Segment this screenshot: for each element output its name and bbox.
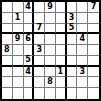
cell-r9c5[interactable]	[45, 88, 56, 99]
cell-r6c2[interactable]	[13, 56, 24, 67]
cell-r6c4[interactable]	[34, 56, 45, 67]
cell-r7c7[interactable]	[67, 67, 78, 78]
cell-r5c7[interactable]	[67, 45, 78, 56]
cell-r2c6[interactable]	[56, 13, 67, 24]
cell-r9c3[interactable]	[24, 88, 35, 99]
cell-r4c1[interactable]	[2, 34, 13, 45]
sudoku-board: 49713759648354138	[0, 0, 101, 101]
cell-r3c5[interactable]	[45, 24, 56, 35]
cell-r4c7[interactable]	[67, 34, 78, 45]
cell-r3c9[interactable]	[88, 24, 99, 35]
cell-r6c6[interactable]	[56, 56, 67, 67]
cell-r2c9[interactable]	[88, 13, 99, 24]
cell-r8c3[interactable]	[24, 77, 35, 88]
cell-r9c1[interactable]	[2, 88, 13, 99]
cell-r5c6[interactable]	[56, 45, 67, 56]
cell-r3c4[interactable]: 7	[34, 24, 45, 35]
cell-r7c9[interactable]	[88, 67, 99, 78]
cell-r2c5[interactable]	[45, 13, 56, 24]
cell-r2c4[interactable]	[34, 13, 45, 24]
cell-r4c9[interactable]	[88, 34, 99, 45]
cell-r3c3[interactable]	[24, 24, 35, 35]
cell-r3c6[interactable]	[56, 24, 67, 35]
cell-r1c9[interactable]: 7	[88, 2, 99, 13]
cell-r7c3[interactable]: 4	[24, 67, 35, 78]
cell-r8c6[interactable]	[56, 77, 67, 88]
cell-r9c9[interactable]	[88, 88, 99, 99]
cell-r5c2[interactable]	[13, 45, 24, 56]
cell-r8c1[interactable]	[2, 77, 13, 88]
cell-r1c4[interactable]	[34, 2, 45, 13]
cell-r2c7[interactable]: 3	[67, 13, 78, 24]
cell-r5c5[interactable]	[45, 45, 56, 56]
cell-r4c2[interactable]: 9	[13, 34, 24, 45]
cell-r8c8[interactable]	[77, 77, 88, 88]
cell-r8c4[interactable]	[34, 77, 45, 88]
cell-r7c6[interactable]: 1	[56, 67, 67, 78]
cell-r4c3[interactable]: 6	[24, 34, 35, 45]
cell-r3c7[interactable]: 5	[67, 24, 78, 35]
cell-r9c7[interactable]	[67, 88, 78, 99]
cell-r7c8[interactable]: 3	[77, 67, 88, 78]
cell-r2c8[interactable]	[77, 13, 88, 24]
cell-r7c4[interactable]	[34, 67, 45, 78]
cell-r8c2[interactable]	[13, 77, 24, 88]
cell-r2c1[interactable]	[2, 13, 13, 24]
cell-r2c3[interactable]	[24, 13, 35, 24]
cell-r3c8[interactable]	[77, 24, 88, 35]
cell-r9c2[interactable]	[13, 88, 24, 99]
cell-r5c4[interactable]: 3	[34, 45, 45, 56]
cell-r6c1[interactable]	[2, 56, 13, 67]
cell-r7c1[interactable]	[2, 67, 13, 78]
cell-r4c4[interactable]	[34, 34, 45, 45]
cell-r1c5[interactable]: 9	[45, 2, 56, 13]
cell-r1c6[interactable]	[56, 2, 67, 13]
cell-r9c8[interactable]	[77, 88, 88, 99]
cell-r1c3[interactable]: 4	[24, 2, 35, 13]
cell-r9c6[interactable]	[56, 88, 67, 99]
cell-r4c8[interactable]: 4	[77, 34, 88, 45]
cell-r1c8[interactable]	[77, 2, 88, 13]
cell-r7c5[interactable]	[45, 67, 56, 78]
cell-r6c7[interactable]	[67, 56, 78, 67]
cell-r7c2[interactable]	[13, 67, 24, 78]
cell-r4c5[interactable]	[45, 34, 56, 45]
cell-r8c9[interactable]	[88, 77, 99, 88]
cell-r1c1[interactable]	[2, 2, 13, 13]
cell-r1c7[interactable]	[67, 2, 78, 13]
cell-r6c5[interactable]	[45, 56, 56, 67]
cell-r8c5[interactable]: 8	[45, 77, 56, 88]
cell-r1c2[interactable]	[13, 2, 24, 13]
cell-r3c2[interactable]	[13, 24, 24, 35]
cell-r5c8[interactable]	[77, 45, 88, 56]
cell-r6c3[interactable]: 5	[24, 56, 35, 67]
cell-r8c7[interactable]	[67, 77, 78, 88]
cell-r5c1[interactable]: 8	[2, 45, 13, 56]
cell-r2c2[interactable]: 1	[13, 13, 24, 24]
cell-r6c9[interactable]	[88, 56, 99, 67]
cell-r6c8[interactable]	[77, 56, 88, 67]
cell-r5c9[interactable]	[88, 45, 99, 56]
cell-r4c6[interactable]	[56, 34, 67, 45]
cell-r3c1[interactable]	[2, 24, 13, 35]
cell-r5c3[interactable]	[24, 45, 35, 56]
cell-r9c4[interactable]	[34, 88, 45, 99]
